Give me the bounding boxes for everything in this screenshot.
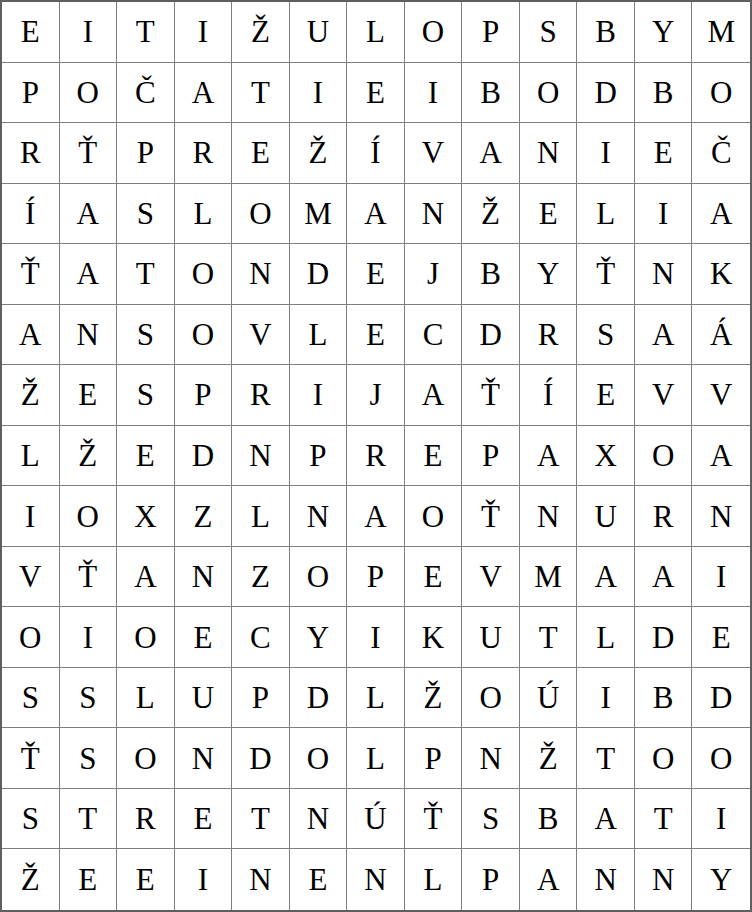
cell-r15c1[interactable]: Ž bbox=[2, 849, 60, 910]
cell-r15c5[interactable]: N bbox=[232, 849, 290, 910]
cell-r10c3[interactable]: A bbox=[117, 547, 175, 608]
cell-r7c5[interactable]: R bbox=[232, 365, 290, 426]
cell-r6c2[interactable]: N bbox=[60, 305, 118, 366]
cell-r1c10[interactable]: S bbox=[520, 2, 578, 63]
cell-r13c5[interactable]: D bbox=[232, 728, 290, 789]
cell-r5c1[interactable]: Ť bbox=[2, 244, 60, 305]
cell-r7c1[interactable]: Ž bbox=[2, 365, 60, 426]
cell-r2c5[interactable]: T bbox=[232, 63, 290, 124]
cell-r8c1[interactable]: L bbox=[2, 426, 60, 487]
cell-r6c4[interactable]: O bbox=[175, 305, 233, 366]
cell-r11c10[interactable]: T bbox=[520, 607, 578, 668]
cell-r5c5[interactable]: N bbox=[232, 244, 290, 305]
cell-r12c11[interactable]: I bbox=[577, 668, 635, 729]
cell-r8c6[interactable]: P bbox=[290, 426, 348, 487]
cell-r1c12[interactable]: Y bbox=[635, 2, 693, 63]
cell-r6c9[interactable]: D bbox=[462, 305, 520, 366]
cell-r10c9[interactable]: V bbox=[462, 547, 520, 608]
cell-r14c12[interactable]: T bbox=[635, 789, 693, 850]
cell-r7c13[interactable]: V bbox=[692, 365, 750, 426]
cell-r5c2[interactable]: A bbox=[60, 244, 118, 305]
cell-r11c5[interactable]: C bbox=[232, 607, 290, 668]
cell-r12c13[interactable]: D bbox=[692, 668, 750, 729]
cell-r13c7[interactable]: L bbox=[347, 728, 405, 789]
cell-r11c11[interactable]: L bbox=[577, 607, 635, 668]
cell-r5c3[interactable]: T bbox=[117, 244, 175, 305]
cell-r12c9[interactable]: O bbox=[462, 668, 520, 729]
cell-r2c8[interactable]: I bbox=[405, 63, 463, 124]
cell-r14c8[interactable]: Ť bbox=[405, 789, 463, 850]
cell-r14c6[interactable]: N bbox=[290, 789, 348, 850]
cell-r13c10[interactable]: Ž bbox=[520, 728, 578, 789]
cell-r10c11[interactable]: A bbox=[577, 547, 635, 608]
cell-r5c7[interactable]: E bbox=[347, 244, 405, 305]
cell-r10c10[interactable]: M bbox=[520, 547, 578, 608]
cell-r14c4[interactable]: E bbox=[175, 789, 233, 850]
cell-r2c6[interactable]: I bbox=[290, 63, 348, 124]
cell-r2c7[interactable]: E bbox=[347, 63, 405, 124]
cell-r4c5[interactable]: O bbox=[232, 184, 290, 245]
cell-r12c6[interactable]: D bbox=[290, 668, 348, 729]
cell-r7c8[interactable]: A bbox=[405, 365, 463, 426]
cell-r3c12[interactable]: E bbox=[635, 123, 693, 184]
cell-r8c3[interactable]: E bbox=[117, 426, 175, 487]
cell-r7c9[interactable]: Ť bbox=[462, 365, 520, 426]
cell-r7c12[interactable]: V bbox=[635, 365, 693, 426]
cell-r8c9[interactable]: P bbox=[462, 426, 520, 487]
cell-r13c1[interactable]: Ť bbox=[2, 728, 60, 789]
cell-r13c12[interactable]: O bbox=[635, 728, 693, 789]
cell-r3c6[interactable]: Ž bbox=[290, 123, 348, 184]
cell-r12c4[interactable]: U bbox=[175, 668, 233, 729]
cell-r2c13[interactable]: O bbox=[692, 63, 750, 124]
cell-r2c11[interactable]: D bbox=[577, 63, 635, 124]
cell-r8c8[interactable]: E bbox=[405, 426, 463, 487]
cell-r13c2[interactable]: S bbox=[60, 728, 118, 789]
cell-r11c13[interactable]: E bbox=[692, 607, 750, 668]
cell-r13c3[interactable]: O bbox=[117, 728, 175, 789]
cell-r14c9[interactable]: S bbox=[462, 789, 520, 850]
cell-r9c5[interactable]: L bbox=[232, 486, 290, 547]
cell-r9c8[interactable]: O bbox=[405, 486, 463, 547]
cell-r14c3[interactable]: R bbox=[117, 789, 175, 850]
cell-r12c8[interactable]: Ž bbox=[405, 668, 463, 729]
cell-r2c9[interactable]: B bbox=[462, 63, 520, 124]
cell-r7c4[interactable]: P bbox=[175, 365, 233, 426]
cell-r14c13[interactable]: I bbox=[692, 789, 750, 850]
cell-r10c5[interactable]: Z bbox=[232, 547, 290, 608]
cell-r9c12[interactable]: R bbox=[635, 486, 693, 547]
cell-r6c8[interactable]: C bbox=[405, 305, 463, 366]
cell-r4c12[interactable]: I bbox=[635, 184, 693, 245]
cell-r4c7[interactable]: A bbox=[347, 184, 405, 245]
cell-r7c11[interactable]: E bbox=[577, 365, 635, 426]
cell-r13c8[interactable]: P bbox=[405, 728, 463, 789]
cell-r1c3[interactable]: T bbox=[117, 2, 175, 63]
cell-r15c9[interactable]: P bbox=[462, 849, 520, 910]
cell-r12c7[interactable]: L bbox=[347, 668, 405, 729]
cell-r14c7[interactable]: Ú bbox=[347, 789, 405, 850]
cell-r10c1[interactable]: V bbox=[2, 547, 60, 608]
cell-r10c4[interactable]: N bbox=[175, 547, 233, 608]
cell-r5c12[interactable]: N bbox=[635, 244, 693, 305]
cell-r5c11[interactable]: Ť bbox=[577, 244, 635, 305]
cell-r8c5[interactable]: N bbox=[232, 426, 290, 487]
cell-r3c8[interactable]: V bbox=[405, 123, 463, 184]
cell-r6c6[interactable]: L bbox=[290, 305, 348, 366]
cell-r1c11[interactable]: B bbox=[577, 2, 635, 63]
cell-r8c4[interactable]: D bbox=[175, 426, 233, 487]
cell-r15c13[interactable]: Y bbox=[692, 849, 750, 910]
cell-r12c3[interactable]: L bbox=[117, 668, 175, 729]
cell-r7c10[interactable]: Í bbox=[520, 365, 578, 426]
cell-r10c7[interactable]: P bbox=[347, 547, 405, 608]
cell-r9c6[interactable]: N bbox=[290, 486, 348, 547]
cell-r11c8[interactable]: K bbox=[405, 607, 463, 668]
cell-r5c6[interactable]: D bbox=[290, 244, 348, 305]
cell-r3c10[interactable]: N bbox=[520, 123, 578, 184]
cell-r13c11[interactable]: T bbox=[577, 728, 635, 789]
cell-r9c2[interactable]: O bbox=[60, 486, 118, 547]
cell-r15c11[interactable]: N bbox=[577, 849, 635, 910]
cell-r6c1[interactable]: A bbox=[2, 305, 60, 366]
cell-r11c3[interactable]: O bbox=[117, 607, 175, 668]
cell-r14c11[interactable]: A bbox=[577, 789, 635, 850]
cell-r10c12[interactable]: A bbox=[635, 547, 693, 608]
cell-r4c11[interactable]: L bbox=[577, 184, 635, 245]
cell-r3c1[interactable]: R bbox=[2, 123, 60, 184]
cell-r8c10[interactable]: A bbox=[520, 426, 578, 487]
cell-r2c12[interactable]: B bbox=[635, 63, 693, 124]
cell-r13c4[interactable]: N bbox=[175, 728, 233, 789]
cell-r8c12[interactable]: O bbox=[635, 426, 693, 487]
cell-r9c3[interactable]: X bbox=[117, 486, 175, 547]
cell-r4c10[interactable]: E bbox=[520, 184, 578, 245]
cell-r9c11[interactable]: U bbox=[577, 486, 635, 547]
cell-r3c11[interactable]: I bbox=[577, 123, 635, 184]
cell-r9c7[interactable]: A bbox=[347, 486, 405, 547]
cell-r9c13[interactable]: N bbox=[692, 486, 750, 547]
word-search-grid: EITIŽULOPSBYMPOČATIEIBODBORŤPREŽÍVANIEČÍ… bbox=[0, 0, 752, 912]
cell-r1c2[interactable]: I bbox=[60, 2, 118, 63]
cell-r7c7[interactable]: J bbox=[347, 365, 405, 426]
cell-r9c4[interactable]: Z bbox=[175, 486, 233, 547]
cell-r4c4[interactable]: L bbox=[175, 184, 233, 245]
cell-r11c12[interactable]: D bbox=[635, 607, 693, 668]
cell-r15c10[interactable]: A bbox=[520, 849, 578, 910]
cell-r15c4[interactable]: I bbox=[175, 849, 233, 910]
cell-r6c13[interactable]: Á bbox=[692, 305, 750, 366]
cell-r15c6[interactable]: E bbox=[290, 849, 348, 910]
cell-r4c8[interactable]: N bbox=[405, 184, 463, 245]
cell-r7c6[interactable]: I bbox=[290, 365, 348, 426]
cell-r8c2[interactable]: Ž bbox=[60, 426, 118, 487]
cell-r9c9[interactable]: Ť bbox=[462, 486, 520, 547]
cell-r5c13[interactable]: K bbox=[692, 244, 750, 305]
cell-r13c6[interactable]: O bbox=[290, 728, 348, 789]
cell-r2c4[interactable]: A bbox=[175, 63, 233, 124]
cell-r6c3[interactable]: S bbox=[117, 305, 175, 366]
cell-r6c11[interactable]: S bbox=[577, 305, 635, 366]
cell-r10c8[interactable]: E bbox=[405, 547, 463, 608]
cell-r8c7[interactable]: R bbox=[347, 426, 405, 487]
cell-r3c7[interactable]: Í bbox=[347, 123, 405, 184]
cell-r1c1[interactable]: E bbox=[2, 2, 60, 63]
cell-r4c9[interactable]: Ž bbox=[462, 184, 520, 245]
cell-r13c9[interactable]: N bbox=[462, 728, 520, 789]
cell-r10c6[interactable]: O bbox=[290, 547, 348, 608]
cell-r4c1[interactable]: Í bbox=[2, 184, 60, 245]
cell-r5c8[interactable]: J bbox=[405, 244, 463, 305]
cell-r3c2[interactable]: Ť bbox=[60, 123, 118, 184]
cell-r13c13[interactable]: O bbox=[692, 728, 750, 789]
cell-r6c10[interactable]: R bbox=[520, 305, 578, 366]
cell-r2c1[interactable]: P bbox=[2, 63, 60, 124]
cell-r5c10[interactable]: Y bbox=[520, 244, 578, 305]
cell-r11c7[interactable]: I bbox=[347, 607, 405, 668]
cell-r5c9[interactable]: B bbox=[462, 244, 520, 305]
cell-r2c2[interactable]: O bbox=[60, 63, 118, 124]
cell-r1c13[interactable]: M bbox=[692, 2, 750, 63]
cell-r11c4[interactable]: E bbox=[175, 607, 233, 668]
cell-r1c6[interactable]: U bbox=[290, 2, 348, 63]
cell-r6c12[interactable]: A bbox=[635, 305, 693, 366]
cell-r15c2[interactable]: E bbox=[60, 849, 118, 910]
cell-r12c1[interactable]: S bbox=[2, 668, 60, 729]
cell-r3c13[interactable]: Č bbox=[692, 123, 750, 184]
cell-r11c1[interactable]: O bbox=[2, 607, 60, 668]
cell-r8c11[interactable]: X bbox=[577, 426, 635, 487]
cell-r14c5[interactable]: T bbox=[232, 789, 290, 850]
cell-r12c5[interactable]: P bbox=[232, 668, 290, 729]
cell-r9c1[interactable]: I bbox=[2, 486, 60, 547]
cell-r3c9[interactable]: A bbox=[462, 123, 520, 184]
cell-r7c2[interactable]: E bbox=[60, 365, 118, 426]
cell-r15c3[interactable]: E bbox=[117, 849, 175, 910]
cell-r11c2[interactable]: I bbox=[60, 607, 118, 668]
cell-r15c7[interactable]: N bbox=[347, 849, 405, 910]
cell-r1c9[interactable]: P bbox=[462, 2, 520, 63]
cell-r11c9[interactable]: U bbox=[462, 607, 520, 668]
cell-r2c10[interactable]: O bbox=[520, 63, 578, 124]
cell-r11c6[interactable]: Y bbox=[290, 607, 348, 668]
cell-r12c12[interactable]: B bbox=[635, 668, 693, 729]
cell-r4c3[interactable]: S bbox=[117, 184, 175, 245]
cell-r1c5[interactable]: Ž bbox=[232, 2, 290, 63]
cell-r1c4[interactable]: I bbox=[175, 2, 233, 63]
cell-r1c8[interactable]: O bbox=[405, 2, 463, 63]
cell-r3c4[interactable]: R bbox=[175, 123, 233, 184]
cell-r4c13[interactable]: A bbox=[692, 184, 750, 245]
cell-r3c5[interactable]: E bbox=[232, 123, 290, 184]
cell-r7c3[interactable]: S bbox=[117, 365, 175, 426]
cell-r14c2[interactable]: T bbox=[60, 789, 118, 850]
cell-r10c13[interactable]: I bbox=[692, 547, 750, 608]
cell-r14c1[interactable]: S bbox=[2, 789, 60, 850]
cell-r5c4[interactable]: O bbox=[175, 244, 233, 305]
cell-r12c2[interactable]: S bbox=[60, 668, 118, 729]
cell-r14c10[interactable]: B bbox=[520, 789, 578, 850]
cell-r15c8[interactable]: L bbox=[405, 849, 463, 910]
cell-r6c7[interactable]: E bbox=[347, 305, 405, 366]
cell-r8c13[interactable]: A bbox=[692, 426, 750, 487]
cell-r6c5[interactable]: V bbox=[232, 305, 290, 366]
cell-r15c12[interactable]: N bbox=[635, 849, 693, 910]
cell-r3c3[interactable]: P bbox=[117, 123, 175, 184]
cell-r4c2[interactable]: A bbox=[60, 184, 118, 245]
cell-r4c6[interactable]: M bbox=[290, 184, 348, 245]
cell-r2c3[interactable]: Č bbox=[117, 63, 175, 124]
cell-r1c7[interactable]: L bbox=[347, 2, 405, 63]
cell-r9c10[interactable]: N bbox=[520, 486, 578, 547]
cell-r10c2[interactable]: Ť bbox=[60, 547, 118, 608]
cell-r12c10[interactable]: Ú bbox=[520, 668, 578, 729]
